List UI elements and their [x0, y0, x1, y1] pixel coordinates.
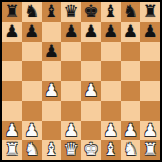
square-b8[interactable]: ♞ [22, 2, 42, 22]
square-g8[interactable]: ♞ [121, 2, 141, 22]
square-f3[interactable] [101, 101, 121, 121]
square-f6[interactable] [101, 42, 121, 62]
square-h6[interactable] [140, 42, 160, 62]
piece-white-rook[interactable]: ♜ [143, 140, 158, 160]
piece-black-pawn[interactable]: ♟ [4, 22, 19, 42]
square-e3[interactable] [81, 101, 101, 121]
square-e4[interactable]: ♟ [81, 81, 101, 101]
piece-white-pawn[interactable]: ♟ [103, 121, 118, 141]
square-a6[interactable] [2, 42, 22, 62]
piece-black-pawn[interactable]: ♟ [44, 42, 59, 62]
square-h8[interactable]: ♜ [140, 2, 160, 22]
square-b4[interactable] [22, 81, 42, 101]
square-h4[interactable] [140, 81, 160, 101]
piece-white-pawn[interactable]: ♟ [64, 121, 79, 141]
piece-white-bishop[interactable]: ♝ [44, 140, 59, 160]
chess-board-frame: ♜♞♝♛♚♝♞♜♟♟♟♟♟♟♟♟♟♟♟♟♟♟♟♟♜♞♝♛♚♝♞♜ [0, 0, 162, 162]
piece-white-pawn[interactable]: ♟ [44, 81, 59, 101]
piece-white-pawn[interactable]: ♟ [143, 121, 158, 141]
square-a5[interactable] [2, 61, 22, 81]
square-e2[interactable] [81, 121, 101, 141]
chess-board: ♜♞♝♛♚♝♞♜♟♟♟♟♟♟♟♟♟♟♟♟♟♟♟♟♜♞♝♛♚♝♞♜ [2, 2, 160, 160]
square-f2[interactable]: ♟ [101, 121, 121, 141]
piece-black-bishop[interactable]: ♝ [103, 2, 118, 22]
piece-black-queen[interactable]: ♛ [64, 2, 79, 22]
piece-black-knight[interactable]: ♞ [24, 2, 39, 22]
piece-black-knight[interactable]: ♞ [123, 2, 138, 22]
piece-white-knight[interactable]: ♞ [24, 140, 39, 160]
square-g5[interactable] [121, 61, 141, 81]
square-h7[interactable]: ♟ [140, 22, 160, 42]
square-f1[interactable]: ♝ [101, 140, 121, 160]
square-d1[interactable]: ♛ [61, 140, 81, 160]
piece-black-king[interactable]: ♚ [83, 2, 98, 22]
piece-white-bishop[interactable]: ♝ [103, 140, 118, 160]
square-a4[interactable] [2, 81, 22, 101]
piece-white-queen[interactable]: ♛ [64, 140, 79, 160]
square-c3[interactable] [42, 101, 62, 121]
piece-black-bishop[interactable]: ♝ [44, 2, 59, 22]
square-d5[interactable] [61, 61, 81, 81]
square-g6[interactable] [121, 42, 141, 62]
square-a7[interactable]: ♟ [2, 22, 22, 42]
square-c1[interactable]: ♝ [42, 140, 62, 160]
square-g1[interactable]: ♞ [121, 140, 141, 160]
square-c2[interactable] [42, 121, 62, 141]
square-d4[interactable] [61, 81, 81, 101]
piece-white-pawn[interactable]: ♟ [123, 121, 138, 141]
square-h1[interactable]: ♜ [140, 140, 160, 160]
square-b5[interactable] [22, 61, 42, 81]
piece-white-rook[interactable]: ♜ [4, 140, 19, 160]
square-a2[interactable]: ♟ [2, 121, 22, 141]
square-f5[interactable] [101, 61, 121, 81]
square-e8[interactable]: ♚ [81, 2, 101, 22]
square-e6[interactable] [81, 42, 101, 62]
square-f8[interactable]: ♝ [101, 2, 121, 22]
piece-black-pawn[interactable]: ♟ [103, 22, 118, 42]
square-h2[interactable]: ♟ [140, 121, 160, 141]
square-e5[interactable] [81, 61, 101, 81]
piece-black-pawn[interactable]: ♟ [143, 22, 158, 42]
square-d3[interactable] [61, 101, 81, 121]
piece-white-pawn[interactable]: ♟ [24, 121, 39, 141]
square-g7[interactable]: ♟ [121, 22, 141, 42]
square-d8[interactable]: ♛ [61, 2, 81, 22]
square-b7[interactable]: ♟ [22, 22, 42, 42]
square-a3[interactable] [2, 101, 22, 121]
square-d7[interactable]: ♟ [61, 22, 81, 42]
square-f7[interactable]: ♟ [101, 22, 121, 42]
square-e1[interactable]: ♚ [81, 140, 101, 160]
square-g2[interactable]: ♟ [121, 121, 141, 141]
square-b3[interactable] [22, 101, 42, 121]
piece-white-king[interactable]: ♚ [83, 140, 98, 160]
piece-black-rook[interactable]: ♜ [4, 2, 19, 22]
square-a8[interactable]: ♜ [2, 2, 22, 22]
square-c4[interactable]: ♟ [42, 81, 62, 101]
piece-white-pawn[interactable]: ♟ [83, 81, 98, 101]
square-a1[interactable]: ♜ [2, 140, 22, 160]
square-c8[interactable]: ♝ [42, 2, 62, 22]
square-b1[interactable]: ♞ [22, 140, 42, 160]
piece-white-pawn[interactable]: ♟ [4, 121, 19, 141]
square-h5[interactable] [140, 61, 160, 81]
piece-black-rook[interactable]: ♜ [143, 2, 158, 22]
square-c7[interactable] [42, 22, 62, 42]
square-h3[interactable] [140, 101, 160, 121]
piece-black-pawn[interactable]: ♟ [83, 22, 98, 42]
piece-black-pawn[interactable]: ♟ [123, 22, 138, 42]
square-d2[interactable]: ♟ [61, 121, 81, 141]
square-b6[interactable] [22, 42, 42, 62]
piece-black-pawn[interactable]: ♟ [24, 22, 39, 42]
square-d6[interactable] [61, 42, 81, 62]
square-c6[interactable]: ♟ [42, 42, 62, 62]
piece-white-knight[interactable]: ♞ [123, 140, 138, 160]
square-e7[interactable]: ♟ [81, 22, 101, 42]
square-f4[interactable] [101, 81, 121, 101]
square-c5[interactable] [42, 61, 62, 81]
square-g3[interactable] [121, 101, 141, 121]
square-b2[interactable]: ♟ [22, 121, 42, 141]
square-g4[interactable] [121, 81, 141, 101]
piece-black-pawn[interactable]: ♟ [64, 22, 79, 42]
